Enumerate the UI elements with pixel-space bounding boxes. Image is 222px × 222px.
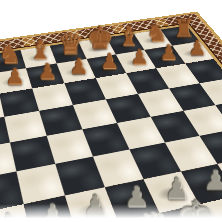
piece-copper-pawn: ♟ bbox=[38, 60, 58, 82]
square-b5 bbox=[4, 110, 46, 142]
piece-silver-pawn: ♟ bbox=[0, 209, 22, 222]
chess-board-3d: ♜♞♝♛♚♝♞♜♟♟♟♟♟♟♟♟♟♟♟♟♟♟♟♟♜♞♝♛♚♝♞♜ bbox=[0, 11, 222, 222]
piece-silver-pawn: ♟ bbox=[39, 200, 66, 222]
square-h4 bbox=[215, 99, 222, 129]
piece-silver-queen: ♛ bbox=[134, 206, 173, 222]
mosaic-inlay-frame: ♜♞♝♛♚♝♞♜♟♟♟♟♟♟♟♟♟♟♟♟♟♟♟♟♜♞♝♛♚♝♞♜ bbox=[0, 11, 222, 222]
piece-copper-pawn: ♟ bbox=[69, 55, 88, 77]
piece-silver-bishop: ♝ bbox=[220, 191, 222, 222]
piece-copper-pawn: ♟ bbox=[130, 46, 149, 67]
piece-copper-pawn: ♟ bbox=[5, 65, 25, 87]
piece-silver-king: ♚ bbox=[175, 194, 216, 222]
chess-set-photo-scene: ♜♞♝♛♚♝♞♜♟♟♟♟♟♟♟♟♟♟♟♟♟♟♟♟♜♞♝♛♚♝♞♜ bbox=[0, 0, 222, 222]
chess-board-grid: ♜♞♝♛♚♝♞♜♟♟♟♟♟♟♟♟♟♟♟♟♟♟♟♟♜♞♝♛♚♝♞♜ bbox=[0, 23, 222, 222]
piece-silver-bishop: ♝ bbox=[91, 220, 127, 222]
piece-copper-pawn: ♟ bbox=[188, 37, 206, 57]
piece-copper-pawn: ♟ bbox=[100, 51, 119, 72]
product-photo-canvas: ♜♞♝♛♚♝♞♜♟♟♟♟♟♟♟♟♟♟♟♟♟♟♟♟♜♞♝♛♚♝♞♜ bbox=[0, 0, 222, 222]
piece-copper-pawn: ♟ bbox=[159, 42, 178, 63]
